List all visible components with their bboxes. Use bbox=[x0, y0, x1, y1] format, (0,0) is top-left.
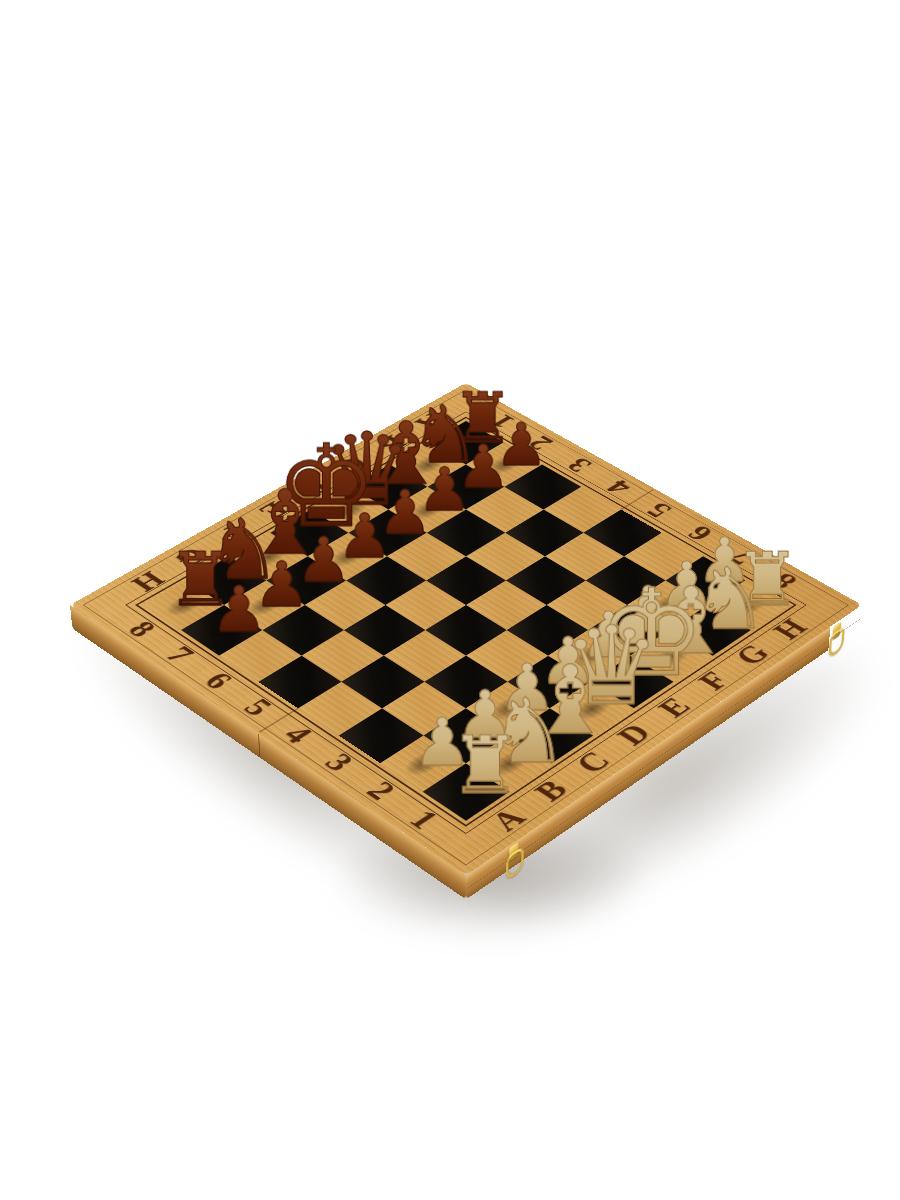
board-top-face: HGFEDCBA ABCDEFGH 87654321 12345678 ♜♞♝♚… bbox=[70, 383, 862, 875]
product-photo-stage: HGFEDCBA ABCDEFGH 87654321 12345678 ♜♞♝♚… bbox=[0, 0, 900, 1200]
piece-white-rook-a1: ♜ bbox=[412, 725, 560, 805]
scene-perspective: HGFEDCBA ABCDEFGH 87654321 12345678 ♜♞♝♚… bbox=[0, 0, 900, 1200]
chess-board: HGFEDCBA ABCDEFGH 87654321 12345678 ♜♞♝♚… bbox=[70, 383, 862, 875]
chess-board-grid: ♜♞♝♚♛♝♞♜♟♟♟♟♟♟♟♟♟♟♟♟♟♟♟♟♜♞♝♛♚♝♞♜ bbox=[144, 421, 789, 821]
piece-black-pawn-a7: ♟ bbox=[170, 579, 309, 642]
square-c5 bbox=[344, 605, 425, 656]
box-fold-seam bbox=[258, 733, 261, 758]
